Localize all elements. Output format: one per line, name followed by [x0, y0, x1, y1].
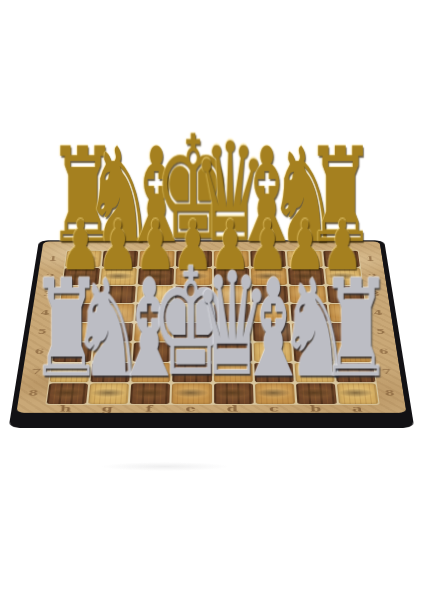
file-label-top-h: h — [81, 243, 90, 248]
chess-board: hgfedcbahgfedcba1234567812345678 ♜♞♝♚♛♝♞… — [9, 240, 415, 428]
silver-rook-icon: ♜ — [319, 262, 392, 397]
perspective-scene: hgfedcbahgfedcba1234567812345678 ♜♞♝♚♛♝♞… — [0, 0, 424, 600]
product-photo-stage: hgfedcbahgfedcba1234567812345678 ♜♞♝♚♛♝♞… — [0, 0, 424, 600]
floor-shadow — [100, 462, 230, 471]
file-label-top-b: b — [298, 243, 306, 248]
pieces-layer: ♜♞♝♚♛♝♞♜♟♟♟♟♟♟♟♟♜♞♝♚♛♝♞♜ — [9, 240, 415, 428]
file-label-top-g: g — [117, 243, 125, 248]
file-label-top-a: a — [334, 243, 342, 248]
